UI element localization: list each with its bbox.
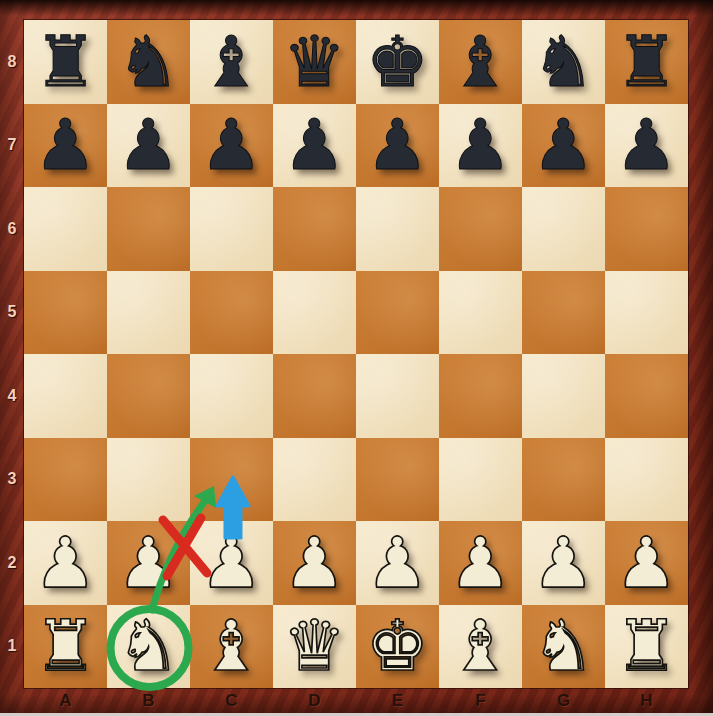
square-g5[interactable] bbox=[522, 271, 605, 355]
file-label-c: C bbox=[190, 688, 273, 714]
white-bishop: ♝ bbox=[449, 611, 512, 681]
square-b8[interactable]: ♞ bbox=[107, 20, 190, 104]
file-label-g: G bbox=[522, 688, 605, 714]
rank-label-7: 7 bbox=[0, 104, 24, 188]
square-c6[interactable] bbox=[190, 187, 273, 271]
square-b6[interactable] bbox=[107, 187, 190, 271]
black-king: ♚ bbox=[366, 27, 429, 97]
square-h5[interactable] bbox=[605, 271, 688, 355]
rank-label-5: 5 bbox=[0, 271, 24, 355]
square-g1[interactable]: ♞ bbox=[522, 605, 605, 689]
square-h1[interactable]: ♜ bbox=[605, 605, 688, 689]
black-bishop: ♝ bbox=[449, 27, 512, 97]
rank-label-6: 6 bbox=[0, 187, 24, 271]
square-e3[interactable] bbox=[356, 438, 439, 522]
black-knight: ♞ bbox=[532, 27, 595, 97]
white-pawn: ♟ bbox=[283, 528, 346, 598]
square-b2[interactable]: ♟ bbox=[107, 521, 190, 605]
square-b7[interactable]: ♟ bbox=[107, 104, 190, 188]
black-rook: ♜ bbox=[615, 27, 678, 97]
black-pawn: ♟ bbox=[615, 110, 678, 180]
square-d2[interactable]: ♟ bbox=[273, 521, 356, 605]
file-label-h: H bbox=[605, 688, 688, 714]
square-g2[interactable]: ♟ bbox=[522, 521, 605, 605]
file-label-a: A bbox=[24, 688, 107, 714]
white-pawn: ♟ bbox=[449, 528, 512, 598]
black-bishop: ♝ bbox=[200, 27, 263, 97]
square-g8[interactable]: ♞ bbox=[522, 20, 605, 104]
square-e1[interactable]: ♚ bbox=[356, 605, 439, 689]
square-f3[interactable] bbox=[439, 438, 522, 522]
square-d5[interactable] bbox=[273, 271, 356, 355]
square-f1[interactable]: ♝ bbox=[439, 605, 522, 689]
rank-label-2: 2 bbox=[0, 521, 24, 605]
file-label-d: D bbox=[273, 688, 356, 714]
square-d1[interactable]: ♛ bbox=[273, 605, 356, 689]
square-a7[interactable]: ♟ bbox=[24, 104, 107, 188]
square-f6[interactable] bbox=[439, 187, 522, 271]
square-c5[interactable] bbox=[190, 271, 273, 355]
square-h4[interactable] bbox=[605, 354, 688, 438]
black-knight: ♞ bbox=[117, 27, 180, 97]
square-f2[interactable]: ♟ bbox=[439, 521, 522, 605]
white-pawn: ♟ bbox=[117, 528, 180, 598]
rank-label-4: 4 bbox=[0, 354, 24, 438]
square-d4[interactable] bbox=[273, 354, 356, 438]
white-pawn: ♟ bbox=[532, 528, 595, 598]
white-bishop: ♝ bbox=[200, 611, 263, 681]
rank-label-8: 8 bbox=[0, 20, 24, 104]
square-d6[interactable] bbox=[273, 187, 356, 271]
square-c4[interactable] bbox=[190, 354, 273, 438]
square-b3[interactable] bbox=[107, 438, 190, 522]
square-f4[interactable] bbox=[439, 354, 522, 438]
square-g7[interactable]: ♟ bbox=[522, 104, 605, 188]
square-h8[interactable]: ♜ bbox=[605, 20, 688, 104]
white-pawn: ♟ bbox=[366, 528, 429, 598]
square-h6[interactable] bbox=[605, 187, 688, 271]
black-pawn: ♟ bbox=[200, 110, 263, 180]
square-a5[interactable] bbox=[24, 271, 107, 355]
black-pawn: ♟ bbox=[34, 110, 97, 180]
square-c2[interactable]: ♟ bbox=[190, 521, 273, 605]
square-a1[interactable]: ♜ bbox=[24, 605, 107, 689]
square-a4[interactable] bbox=[24, 354, 107, 438]
black-pawn: ♟ bbox=[532, 110, 595, 180]
black-pawn: ♟ bbox=[449, 110, 512, 180]
square-g4[interactable] bbox=[522, 354, 605, 438]
black-queen: ♛ bbox=[283, 27, 346, 97]
chess-board: ♜♞♝♛♚♝♞♜♟♟♟♟♟♟♟♟♟♟♟♟♟♟♟♟♜♞♝♛♚♝♞♜ bbox=[24, 20, 688, 688]
square-c1[interactable]: ♝ bbox=[190, 605, 273, 689]
black-pawn: ♟ bbox=[117, 110, 180, 180]
square-e8[interactable]: ♚ bbox=[356, 20, 439, 104]
square-e7[interactable]: ♟ bbox=[356, 104, 439, 188]
square-h7[interactable]: ♟ bbox=[605, 104, 688, 188]
square-h3[interactable] bbox=[605, 438, 688, 522]
rank-label-1: 1 bbox=[0, 605, 24, 689]
square-b1[interactable]: ♞ bbox=[107, 605, 190, 689]
square-d8[interactable]: ♛ bbox=[273, 20, 356, 104]
rank-label-3: 3 bbox=[0, 438, 24, 522]
chess-board-screenshot: ♜♞♝♛♚♝♞♜♟♟♟♟♟♟♟♟♟♟♟♟♟♟♟♟♜♞♝♛♚♝♞♜ 8765432… bbox=[0, 0, 713, 716]
square-a2[interactable]: ♟ bbox=[24, 521, 107, 605]
square-e2[interactable]: ♟ bbox=[356, 521, 439, 605]
square-e5[interactable] bbox=[356, 271, 439, 355]
black-rook: ♜ bbox=[34, 27, 97, 97]
file-label-b: B bbox=[107, 688, 190, 714]
square-c7[interactable]: ♟ bbox=[190, 104, 273, 188]
square-c8[interactable]: ♝ bbox=[190, 20, 273, 104]
white-pawn: ♟ bbox=[34, 528, 97, 598]
white-knight: ♞ bbox=[532, 611, 595, 681]
white-rook: ♜ bbox=[34, 611, 97, 681]
white-queen: ♛ bbox=[283, 611, 346, 681]
square-g6[interactable] bbox=[522, 187, 605, 271]
black-pawn: ♟ bbox=[366, 110, 429, 180]
square-e6[interactable] bbox=[356, 187, 439, 271]
square-f8[interactable]: ♝ bbox=[439, 20, 522, 104]
square-a8[interactable]: ♜ bbox=[24, 20, 107, 104]
square-a6[interactable] bbox=[24, 187, 107, 271]
square-e4[interactable] bbox=[356, 354, 439, 438]
square-a3[interactable] bbox=[24, 438, 107, 522]
white-pawn: ♟ bbox=[200, 528, 263, 598]
file-label-e: E bbox=[356, 688, 439, 714]
white-rook: ♜ bbox=[615, 611, 678, 681]
square-b5[interactable] bbox=[107, 271, 190, 355]
white-king: ♚ bbox=[366, 611, 429, 681]
white-pawn: ♟ bbox=[615, 528, 678, 598]
square-f7[interactable]: ♟ bbox=[439, 104, 522, 188]
file-label-f: F bbox=[439, 688, 522, 714]
square-d7[interactable]: ♟ bbox=[273, 104, 356, 188]
square-d3[interactable] bbox=[273, 438, 356, 522]
square-h2[interactable]: ♟ bbox=[605, 521, 688, 605]
square-g3[interactable] bbox=[522, 438, 605, 522]
square-c3[interactable] bbox=[190, 438, 273, 522]
white-knight: ♞ bbox=[117, 611, 180, 681]
square-f5[interactable] bbox=[439, 271, 522, 355]
square-b4[interactable] bbox=[107, 354, 190, 438]
black-pawn: ♟ bbox=[283, 110, 346, 180]
